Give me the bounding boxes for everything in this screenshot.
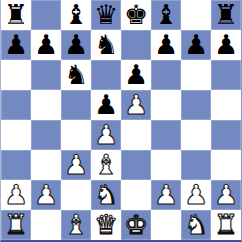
square-c3[interactable]: ♟: [61, 150, 91, 180]
white-pawn[interactable]: ♟: [64, 151, 88, 178]
square-f3[interactable]: [151, 150, 181, 180]
square-g3[interactable]: [181, 150, 211, 180]
square-h6[interactable]: [211, 60, 241, 90]
square-e6[interactable]: ♟: [121, 60, 151, 90]
black-pawn[interactable]: ♟: [124, 61, 148, 88]
square-d1[interactable]: ♛: [91, 210, 121, 240]
square-b3[interactable]: [31, 150, 61, 180]
square-e7[interactable]: [121, 30, 151, 60]
black-pawn[interactable]: ♟: [34, 31, 58, 58]
black-rook[interactable]: ♜: [4, 1, 28, 28]
square-d3[interactable]: ♝: [91, 150, 121, 180]
square-a5[interactable]: [1, 90, 31, 120]
square-e8[interactable]: ♚: [121, 0, 151, 30]
square-b1[interactable]: [31, 210, 61, 240]
black-pawn[interactable]: ♟: [64, 31, 88, 58]
square-a1[interactable]: ♜: [1, 210, 31, 240]
square-h3[interactable]: [211, 150, 241, 180]
square-c6[interactable]: ♞: [61, 60, 91, 90]
square-b2[interactable]: ♟: [31, 180, 61, 210]
black-knight[interactable]: ♞: [94, 31, 118, 58]
black-queen[interactable]: ♛: [94, 1, 118, 28]
square-g1[interactable]: ♞: [181, 210, 211, 240]
square-f1[interactable]: [151, 210, 181, 240]
white-knight[interactable]: ♞: [94, 181, 118, 208]
square-b7[interactable]: ♟: [31, 30, 61, 60]
square-g8[interactable]: [181, 0, 211, 30]
square-c4[interactable]: [61, 120, 91, 150]
black-pawn[interactable]: ♟: [154, 31, 178, 58]
square-f7[interactable]: ♟: [151, 30, 181, 60]
square-c5[interactable]: [61, 90, 91, 120]
black-knight[interactable]: ♞: [64, 61, 88, 88]
square-e3[interactable]: [121, 150, 151, 180]
square-a4[interactable]: [1, 120, 31, 150]
square-b5[interactable]: [31, 90, 61, 120]
square-g2[interactable]: ♟: [181, 180, 211, 210]
square-d7[interactable]: ♞: [91, 30, 121, 60]
square-a2[interactable]: ♟: [1, 180, 31, 210]
black-pawn[interactable]: ♟: [4, 31, 28, 58]
white-king[interactable]: ♚: [124, 211, 148, 238]
white-pawn[interactable]: ♟: [124, 91, 148, 118]
square-a6[interactable]: [1, 60, 31, 90]
white-rook[interactable]: ♜: [4, 211, 28, 238]
square-a7[interactable]: ♟: [1, 30, 31, 60]
square-b8[interactable]: [31, 0, 61, 30]
square-h2[interactable]: ♟: [211, 180, 241, 210]
square-h1[interactable]: ♜: [211, 210, 241, 240]
square-e2[interactable]: [121, 180, 151, 210]
square-h5[interactable]: [211, 90, 241, 120]
black-king[interactable]: ♚: [124, 1, 148, 28]
black-pawn[interactable]: ♟: [184, 31, 208, 58]
square-b4[interactable]: [31, 120, 61, 150]
square-d4[interactable]: ♟: [91, 120, 121, 150]
white-pawn[interactable]: ♟: [184, 181, 208, 208]
square-g7[interactable]: ♟: [181, 30, 211, 60]
square-d2[interactable]: ♞: [91, 180, 121, 210]
square-d8[interactable]: ♛: [91, 0, 121, 30]
square-d5[interactable]: ♟: [91, 90, 121, 120]
square-e1[interactable]: ♚: [121, 210, 151, 240]
square-f6[interactable]: [151, 60, 181, 90]
square-b6[interactable]: [31, 60, 61, 90]
black-pawn[interactable]: ♟: [214, 31, 238, 58]
white-bishop[interactable]: ♝: [94, 151, 118, 178]
square-c7[interactable]: ♟: [61, 30, 91, 60]
square-c1[interactable]: ♝: [61, 210, 91, 240]
square-g4[interactable]: [181, 120, 211, 150]
square-g5[interactable]: [181, 90, 211, 120]
square-f2[interactable]: ♟: [151, 180, 181, 210]
square-f4[interactable]: [151, 120, 181, 150]
square-h8[interactable]: ♜: [211, 0, 241, 30]
square-h4[interactable]: [211, 120, 241, 150]
white-pawn[interactable]: ♟: [154, 181, 178, 208]
white-pawn[interactable]: ♟: [4, 181, 28, 208]
white-bishop[interactable]: ♝: [64, 211, 88, 238]
white-queen[interactable]: ♛: [94, 211, 118, 238]
square-e5[interactable]: ♟: [121, 90, 151, 120]
square-a3[interactable]: [1, 150, 31, 180]
white-pawn[interactable]: ♟: [214, 181, 238, 208]
black-pawn[interactable]: ♟: [94, 91, 118, 118]
square-f8[interactable]: ♝: [151, 0, 181, 30]
black-bishop[interactable]: ♝: [64, 1, 88, 28]
chess-board: ♜♝♛♚♝♜♟♟♟♞♟♟♟♞♟♟♟♟♟♝♟♟♞♟♟♟♜♝♛♚♞♜: [0, 0, 242, 242]
square-c8[interactable]: ♝: [61, 0, 91, 30]
square-g6[interactable]: [181, 60, 211, 90]
white-pawn[interactable]: ♟: [34, 181, 58, 208]
white-knight[interactable]: ♞: [184, 211, 208, 238]
black-bishop[interactable]: ♝: [154, 1, 178, 28]
black-rook[interactable]: ♜: [214, 1, 238, 28]
square-a8[interactable]: ♜: [1, 0, 31, 30]
square-d6[interactable]: [91, 60, 121, 90]
square-c2[interactable]: [61, 180, 91, 210]
white-rook[interactable]: ♜: [214, 211, 238, 238]
white-pawn[interactable]: ♟: [94, 121, 118, 148]
square-f5[interactable]: [151, 90, 181, 120]
square-h7[interactable]: ♟: [211, 30, 241, 60]
square-e4[interactable]: [121, 120, 151, 150]
